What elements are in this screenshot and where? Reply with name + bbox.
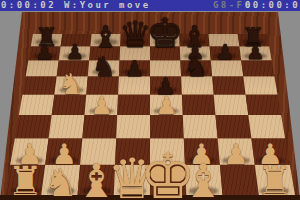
piece-black-king-e8[interactable]: ♚ xyxy=(146,13,183,54)
piece-white-pawn-e4[interactable]: ♟ xyxy=(155,94,177,119)
piece-white-knight-b1[interactable]: ♞ xyxy=(44,164,78,200)
piece-black-knight-c6[interactable]: ♞ xyxy=(92,53,117,80)
chess-3d-board: ♜♝♛♚♝♜♟♟♟♟♟♞♟♞♟♞♟♟♟♟♟♟♟♜♞♝♛♚♝♜ xyxy=(0,0,300,200)
piece-black-knight-f6[interactable]: ♞ xyxy=(184,53,209,80)
piece-black-pawn-g7[interactable]: ♟ xyxy=(216,42,235,63)
piece-white-knight-b5[interactable]: ♞ xyxy=(58,70,84,99)
piece-white-bishop-f1[interactable]: ♝ xyxy=(183,158,224,200)
left-clock: 0:00:02 xyxy=(1,0,56,11)
piece-white-pawn-c4[interactable]: ♟ xyxy=(90,94,112,119)
piece-white-rook-h1[interactable]: ♜ xyxy=(257,162,293,200)
piece-black-pawn-h7[interactable]: ♟ xyxy=(246,42,265,63)
piece-black-pawn-a7[interactable]: ♟ xyxy=(35,42,54,63)
piece-black-pawn-d6[interactable]: ♟ xyxy=(125,58,145,80)
status-bar: 0:00:02 W:Your move G8-F6 00:00:0 xyxy=(0,0,300,11)
turn-indicator: W:Your move xyxy=(64,0,151,11)
piece-white-rook-a1[interactable]: ♜ xyxy=(7,162,43,200)
piece-black-pawn-b7[interactable]: ♟ xyxy=(65,42,84,63)
piece-white-pawn-g2[interactable]: ♟ xyxy=(223,141,248,169)
right-clock: 00:00:0 xyxy=(245,0,300,11)
chess-app-screen: 0:00:02 W:Your move G8-F6 00:00:0 ♜♝♛♚♝♜… xyxy=(0,0,300,200)
piece-black-bishop-c8[interactable]: ♝ xyxy=(92,22,119,52)
